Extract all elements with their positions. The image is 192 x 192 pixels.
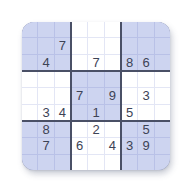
cell-r9c6[interactable]	[105, 155, 120, 170]
cell-r8c6[interactable]: 4	[105, 138, 120, 153]
sudoku-app: 74786347913587264539	[0, 0, 192, 192]
cell-r8c1[interactable]	[22, 138, 37, 153]
cell-r7c2[interactable]: 8	[38, 122, 53, 137]
cell-r6c9[interactable]	[155, 105, 170, 120]
cell-r8c7[interactable]: 3	[122, 138, 137, 153]
cell-r2c9[interactable]	[155, 38, 170, 53]
cell-r9c7[interactable]	[122, 155, 137, 170]
cell-r3c6[interactable]	[105, 55, 120, 70]
cell-r6c3[interactable]: 4	[55, 105, 70, 120]
cell-r1c2[interactable]	[38, 22, 53, 37]
cell-r5c3[interactable]	[55, 88, 70, 103]
cell-r3c4[interactable]	[72, 55, 87, 70]
cell-r9c3[interactable]	[55, 155, 70, 170]
cell-r1c4[interactable]	[72, 22, 87, 37]
cell-r2c5[interactable]	[88, 38, 103, 53]
cell-r2c7[interactable]	[122, 38, 137, 53]
cell-r6c2[interactable]: 3	[38, 105, 53, 120]
cell-r1c1[interactable]	[22, 22, 37, 37]
cell-r6c4[interactable]	[72, 105, 87, 120]
cell-r4c4[interactable]	[72, 72, 87, 87]
cell-r1c6[interactable]	[105, 22, 120, 37]
cell-r5c7[interactable]	[122, 88, 137, 103]
cell-r2c2[interactable]	[38, 38, 53, 53]
cell-r2c8[interactable]	[138, 38, 153, 53]
cell-r4c2[interactable]	[38, 72, 53, 87]
cell-r5c6[interactable]: 9	[105, 88, 120, 103]
cell-r7c4[interactable]	[72, 122, 87, 137]
box-r3c2: 264	[72, 122, 120, 170]
cell-r9c9[interactable]	[155, 155, 170, 170]
cell-r7c6[interactable]	[105, 122, 120, 137]
cell-r5c1[interactable]	[22, 88, 37, 103]
box-r1c3: 86	[122, 22, 170, 70]
cell-r7c9[interactable]	[155, 122, 170, 137]
cell-r7c8[interactable]: 5	[138, 122, 153, 137]
cell-r9c4[interactable]	[72, 155, 87, 170]
cell-r5c5[interactable]	[88, 88, 103, 103]
cell-r3c8[interactable]: 6	[138, 55, 153, 70]
cell-r6c5[interactable]: 1	[88, 105, 103, 120]
cell-r5c4[interactable]: 7	[72, 88, 87, 103]
box-r1c1: 74	[22, 22, 70, 70]
cell-r5c8[interactable]: 3	[138, 88, 153, 103]
cell-r3c7[interactable]: 8	[122, 55, 137, 70]
cell-r2c1[interactable]	[22, 38, 37, 53]
cell-r3c3[interactable]	[55, 55, 70, 70]
box-r2c3: 35	[122, 72, 170, 120]
cell-r3c1[interactable]	[22, 55, 37, 70]
cell-r7c1[interactable]	[22, 122, 37, 137]
cell-r9c8[interactable]	[138, 155, 153, 170]
cell-r4c6[interactable]	[105, 72, 120, 87]
box-r2c2: 791	[72, 72, 120, 120]
cell-r8c9[interactable]	[155, 138, 170, 153]
cell-r2c4[interactable]	[72, 38, 87, 53]
cell-r8c2[interactable]: 7	[38, 138, 53, 153]
cell-r4c8[interactable]	[138, 72, 153, 87]
sudoku-board: 74786347913587264539	[22, 22, 170, 170]
cell-r4c1[interactable]	[22, 72, 37, 87]
cell-r6c8[interactable]	[138, 105, 153, 120]
cell-r8c5[interactable]	[88, 138, 103, 153]
cell-r7c7[interactable]	[122, 122, 137, 137]
cell-r8c8[interactable]: 9	[138, 138, 153, 153]
cell-r2c3[interactable]: 7	[55, 38, 70, 53]
box-r1c2: 7	[72, 22, 120, 70]
cell-r1c3[interactable]	[55, 22, 70, 37]
cell-r4c9[interactable]	[155, 72, 170, 87]
cell-r6c6[interactable]	[105, 105, 120, 120]
cell-r9c1[interactable]	[22, 155, 37, 170]
cell-r5c2[interactable]	[38, 88, 53, 103]
box-r3c3: 539	[122, 122, 170, 170]
cell-r1c7[interactable]	[122, 22, 137, 37]
cell-r1c8[interactable]	[138, 22, 153, 37]
cell-r8c4[interactable]: 6	[72, 138, 87, 153]
cell-r3c5[interactable]: 7	[88, 55, 103, 70]
cell-r7c3[interactable]	[55, 122, 70, 137]
cell-r1c9[interactable]	[155, 22, 170, 37]
cell-r7c5[interactable]: 2	[88, 122, 103, 137]
cell-r5c9[interactable]	[155, 88, 170, 103]
box-r3c1: 87	[22, 122, 70, 170]
cell-r6c7[interactable]: 5	[122, 105, 137, 120]
cell-r4c5[interactable]	[88, 72, 103, 87]
cell-r4c7[interactable]	[122, 72, 137, 87]
cell-r4c3[interactable]	[55, 72, 70, 87]
cell-r1c5[interactable]	[88, 22, 103, 37]
cell-r3c9[interactable]	[155, 55, 170, 70]
cell-r9c2[interactable]	[38, 155, 53, 170]
cell-r6c1[interactable]	[22, 105, 37, 120]
cell-r8c3[interactable]	[55, 138, 70, 153]
cell-r2c6[interactable]	[105, 38, 120, 53]
cell-r3c2[interactable]: 4	[38, 55, 53, 70]
box-r2c1: 34	[22, 72, 70, 120]
cell-r9c5[interactable]	[88, 155, 103, 170]
